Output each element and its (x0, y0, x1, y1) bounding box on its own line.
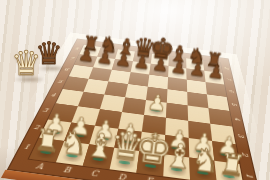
square-d5 (125, 84, 148, 100)
chess-board-scene: ♜♞♝♛♚♝♞♜♟♟♟♟♟♟♟♟♟♟♟♟♟♟♟♟♜♞♝♛♚♝♞♜ 8765432… (38, 0, 253, 180)
file-label-b: B (51, 163, 82, 178)
square-g1: ♞ (189, 158, 217, 180)
piece-white-knight-b1: ♞ (57, 127, 89, 160)
square-c6 (108, 70, 130, 84)
square-g5 (187, 92, 208, 108)
square-a5 (63, 76, 89, 92)
square-e4: ♟ (144, 100, 167, 118)
square-f1: ♝ (163, 154, 190, 180)
square-h1: ♜ (214, 161, 243, 180)
piece-black-pawn-g7: ♟ (188, 60, 206, 79)
piece-white-pawn-e4: ♟ (146, 91, 167, 113)
piece-black-pawn-d7: ♟ (133, 53, 151, 72)
square-a1: ♜ (29, 138, 64, 162)
square-b4 (78, 92, 104, 109)
perspective-container: ♜♞♝♛♚♝♞♜♟♟♟♟♟♟♟♟♟♟♟♟♟♟♟♟♜♞♝♛♚♝♞♜ 8765432… (38, 0, 253, 180)
piece-white-knight-g1: ♞ (189, 144, 221, 177)
square-c5 (104, 81, 128, 97)
file-label-c: C (79, 166, 109, 180)
piece-white-rook-h1: ♜ (216, 150, 245, 180)
square-c4 (100, 95, 125, 113)
piece-white-rook-a1: ♜ (32, 126, 61, 157)
piece-black-pawn-a7: ♟ (77, 45, 95, 64)
spare-black-queen: ♛ (35, 38, 63, 69)
square-d4 (122, 97, 146, 115)
piece-black-pawn-b7: ♟ (96, 48, 114, 67)
piece-black-pawn-h7: ♟ (207, 62, 225, 81)
piece-black-pawn-e7: ♟ (151, 55, 169, 74)
piece-black-pawn-f7: ♟ (170, 58, 188, 77)
square-g4 (188, 105, 211, 123)
piece-black-pawn-c7: ♟ (114, 50, 132, 69)
table-background: ♜♞♝♛♚♝♞♜♟♟♟♟♟♟♟♟♟♟♟♟♟♟♟♟♜♞♝♛♚♝♞♜ 8765432… (0, 0, 270, 180)
